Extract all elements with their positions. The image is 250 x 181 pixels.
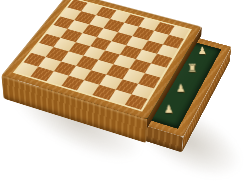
- chess-box: ♝♚♞♜♟♛♟♟♟♝♞♟♟♜♟♟: [3, 3, 201, 131]
- drawer-piece-pawn[interactable]: ♟: [164, 104, 174, 115]
- drawer-piece-pawn[interactable]: ♟: [176, 83, 185, 93]
- chess-set-photo: ♝♚♞♜♟♛♟♟♟♝♞♟♟♜♟♟: [0, 0, 250, 181]
- drawer-piece-rook[interactable]: ♜: [187, 63, 197, 74]
- drawer-piece-pawn[interactable]: ♟: [198, 46, 207, 56]
